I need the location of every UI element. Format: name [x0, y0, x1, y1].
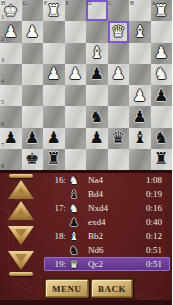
- black-pawn-a5: ♟: [154, 86, 168, 106]
- white-bishop-b2: ♝: [133, 22, 147, 42]
- rank-label-8: 8: [1, 163, 4, 170]
- square-f1[interactable]: F♜: [43, 0, 65, 21]
- rank-label-4: 4: [1, 78, 4, 85]
- up-arrow-icon: [8, 201, 34, 220]
- move-time: 1:08: [146, 175, 170, 185]
- white-pawn-a3: ♟: [154, 43, 168, 63]
- square-c7[interactable]: ♛: [108, 128, 130, 149]
- square-d6[interactable]: ♞: [86, 106, 108, 127]
- menu-button[interactable]: MENU: [45, 279, 89, 298]
- square-e4[interactable]: ♟: [65, 64, 87, 85]
- bottom-button-row: MENU BACK: [0, 279, 172, 300]
- move-number: 18:: [44, 231, 66, 241]
- square-b2[interactable]: ♝: [129, 21, 151, 42]
- square-a2[interactable]: [151, 21, 173, 42]
- black-queen-c7: ♛: [111, 128, 125, 148]
- move-list: 16:♞Na41:08♝Bd40:1917:♞Nxd40:16♟exd40:40…: [44, 173, 170, 271]
- move-time: 0:19: [146, 189, 170, 199]
- square-h7[interactable]: 7♟: [0, 128, 22, 149]
- move-time: 0:12: [146, 231, 170, 241]
- square-e7[interactable]: [65, 128, 87, 149]
- square-g3[interactable]: [22, 43, 44, 64]
- square-g2[interactable]: ♟: [22, 21, 44, 42]
- square-d3[interactable]: ♝: [86, 43, 108, 64]
- file-label-f: F: [44, 0, 47, 7]
- white-pawn-f4: ♟: [47, 64, 61, 84]
- first-move-bar-icon: [9, 174, 33, 178]
- black-pawn-d4: ♟: [90, 64, 104, 84]
- square-d1[interactable]: D: [86, 0, 108, 21]
- move-row-Nd6[interactable]: ♞Nd60:51: [44, 243, 170, 257]
- white-pawn-c4: ♟: [111, 64, 125, 84]
- white-pawn-h2: ♟: [4, 22, 18, 42]
- next-move-button[interactable]: [6, 226, 36, 245]
- move-row-Bb2[interactable]: 18:♝Bb20:12: [44, 229, 170, 243]
- square-b6[interactable]: ♟: [129, 106, 151, 127]
- rank-label-7: 7: [1, 142, 4, 149]
- bottom-edge-strip: [0, 300, 172, 305]
- white-bishop-icon: ♝: [66, 230, 82, 243]
- white-bishop-d3: ♝: [90, 43, 104, 63]
- move-time: 0:40: [146, 217, 170, 227]
- white-rook-f1: ♜: [47, 1, 61, 21]
- square-f8[interactable]: ♜: [43, 149, 65, 170]
- square-c3[interactable]: [108, 43, 130, 64]
- move-san: Nxd4: [82, 203, 146, 213]
- move-number: 19:: [44, 259, 66, 269]
- black-pawn-f7: ♟: [47, 128, 61, 148]
- file-label-c: C: [109, 0, 113, 7]
- move-time: 0:51: [146, 245, 170, 255]
- black-pawn-h7: ♟: [4, 128, 18, 148]
- black-pawn-b6: ♟: [133, 107, 147, 127]
- square-c5[interactable]: [108, 85, 130, 106]
- black-king-g8: ♚: [25, 149, 39, 169]
- back-button[interactable]: BACK: [91, 279, 133, 298]
- file-label-b: B: [130, 0, 134, 7]
- rank-label-3: 3: [1, 57, 4, 64]
- square-e6[interactable]: [65, 106, 87, 127]
- last-move-button[interactable]: [6, 251, 36, 276]
- square-c6[interactable]: [108, 106, 130, 127]
- square-b3[interactable]: [129, 43, 151, 64]
- square-c1[interactable]: C: [108, 0, 130, 21]
- rank-label-1: 1: [1, 14, 4, 21]
- square-c4[interactable]: ♟: [108, 64, 130, 85]
- square-e5[interactable]: [65, 85, 87, 106]
- white-queen-icon: ♛: [66, 258, 82, 271]
- white-king-h1: ♚: [4, 1, 18, 21]
- move-number: 16:: [44, 175, 66, 185]
- black-bishop-b7: ♝: [133, 128, 147, 148]
- square-h3[interactable]: 3: [0, 43, 22, 64]
- first-move-button[interactable]: [6, 174, 36, 199]
- square-e3[interactable]: [65, 43, 87, 64]
- square-h2[interactable]: 2♟: [0, 21, 22, 42]
- square-d7[interactable]: ♟: [86, 128, 108, 149]
- file-label-a: A: [152, 0, 156, 7]
- square-e2[interactable]: [65, 21, 87, 42]
- black-knight-a7: ♞: [154, 128, 168, 148]
- square-a6[interactable]: [151, 106, 173, 127]
- square-g7[interactable]: ♟: [22, 128, 44, 149]
- black-pawn-icon: ♟: [66, 216, 82, 229]
- square-f5[interactable]: [43, 85, 65, 106]
- down-arrow-icon: [8, 226, 34, 245]
- black-pawn-d7: ♟: [90, 128, 104, 148]
- white-knight-icon: ♞: [66, 202, 82, 215]
- move-san: Bb2: [82, 231, 146, 241]
- move-time: 0:51: [146, 259, 170, 269]
- move-san: Nd6: [82, 245, 146, 255]
- square-h8[interactable]: 8: [0, 149, 22, 170]
- chess-board: H1♚GF♜EDCBA♜2♟♟♛♝3♝♟4♟♟♟♟♞5♟♟6♞♟7♟♟♟♟♛♝♞…: [0, 0, 172, 173]
- move-time: 0:16: [146, 203, 170, 213]
- square-g6[interactable]: [22, 106, 44, 127]
- rank-label-5: 5: [1, 99, 4, 106]
- move-navigation: [6, 173, 38, 283]
- white-queen-c2: ♛: [111, 22, 125, 42]
- up-arrow-icon: [8, 180, 34, 199]
- move-san: Bd4: [82, 189, 146, 199]
- square-a3[interactable]: ♟: [151, 43, 173, 64]
- file-label-g: G: [23, 0, 27, 7]
- square-f7[interactable]: ♟: [43, 128, 65, 149]
- square-c2[interactable]: ♛: [108, 21, 130, 42]
- file-label-e: E: [66, 0, 70, 7]
- move-row-Qc2[interactable]: 19:♛Qc20:51: [44, 257, 170, 271]
- chess-app-screen: H1♚GF♜EDCBA♜2♟♟♛♝3♝♟4♟♟♟♟♞5♟♟6♞♟7♟♟♟♟♛♝♞…: [0, 0, 172, 305]
- white-rook-a1: ♜: [154, 1, 168, 21]
- square-g4[interactable]: [22, 64, 44, 85]
- black-rook-f8: ♜: [47, 149, 61, 169]
- square-g1[interactable]: G: [22, 0, 44, 21]
- previous-move-button[interactable]: [6, 201, 36, 220]
- square-f4[interactable]: ♟: [43, 64, 65, 85]
- black-knight-d6: ♞: [90, 107, 104, 127]
- last-move-bar-icon: [9, 272, 33, 276]
- rank-label-2: 2: [1, 36, 4, 43]
- move-san: exd4: [82, 217, 146, 227]
- black-rook-a8: ♜: [154, 149, 168, 169]
- square-b4[interactable]: [129, 64, 151, 85]
- square-d4[interactable]: ♟: [86, 64, 108, 85]
- square-f3[interactable]: [43, 43, 65, 64]
- move-row-Bd4[interactable]: ♝Bd40:19: [44, 187, 170, 201]
- square-a1[interactable]: A♜: [151, 0, 173, 21]
- black-bishop-icon: ♝: [66, 188, 82, 201]
- square-h1[interactable]: H1♚: [0, 0, 22, 21]
- move-row-exd4[interactable]: ♟exd40:40: [44, 215, 170, 229]
- square-d8[interactable]: [86, 149, 108, 170]
- down-arrow-icon: [8, 251, 34, 270]
- move-row-Na4[interactable]: 16:♞Na41:08: [44, 173, 170, 187]
- square-b1[interactable]: B: [129, 0, 151, 21]
- white-pawn-b5: ♟: [133, 86, 147, 106]
- file-label-d: D: [87, 0, 91, 7]
- square-h5[interactable]: 5: [0, 85, 22, 106]
- square-a8[interactable]: ♜: [151, 149, 173, 170]
- move-number: 17:: [44, 203, 66, 213]
- square-b5[interactable]: ♟: [129, 85, 151, 106]
- move-san: Qc2: [82, 259, 146, 269]
- square-g8[interactable]: ♚: [22, 149, 44, 170]
- white-pawn-e4: ♟: [68, 64, 82, 84]
- square-e8[interactable]: [65, 149, 87, 170]
- move-san: Na4: [82, 175, 146, 185]
- square-h4[interactable]: 4: [0, 64, 22, 85]
- rank-label-6: 6: [1, 121, 4, 128]
- white-knight-icon: ♞: [66, 174, 82, 187]
- square-d2[interactable]: [86, 21, 108, 42]
- black-pawn-g7: ♟: [25, 128, 39, 148]
- black-knight-icon: ♞: [66, 244, 82, 257]
- square-e1[interactable]: E: [65, 0, 87, 21]
- square-h6[interactable]: 6: [0, 106, 22, 127]
- square-a4[interactable]: ♞: [151, 64, 173, 85]
- square-a5[interactable]: ♟: [151, 85, 173, 106]
- square-d5[interactable]: [86, 85, 108, 106]
- square-a7[interactable]: ♞: [151, 128, 173, 149]
- move-row-Nxd4[interactable]: 17:♞Nxd40:16: [44, 201, 170, 215]
- file-label-h: H: [1, 0, 5, 7]
- white-pawn-g2: ♟: [25, 22, 39, 42]
- square-c8[interactable]: [108, 149, 130, 170]
- square-b7[interactable]: ♝: [129, 128, 151, 149]
- square-f2[interactable]: [43, 21, 65, 42]
- square-g5[interactable]: [22, 85, 44, 106]
- square-b8[interactable]: [129, 149, 151, 170]
- square-f6[interactable]: [43, 106, 65, 127]
- white-knight-a4: ♞: [154, 64, 168, 84]
